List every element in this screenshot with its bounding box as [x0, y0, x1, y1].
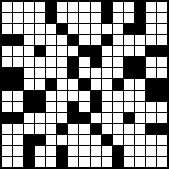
white-cell-r10c8[interactable] — [91, 113, 101, 123]
white-cell-r14c7[interactable] — [79, 157, 89, 167]
white-cell-r8c0[interactable] — [2, 91, 12, 101]
black-cell-r5c6 — [68, 57, 78, 67]
white-cell-r10c10[interactable] — [113, 113, 123, 123]
white-cell-r0c8[interactable] — [91, 2, 101, 12]
black-cell-r8c13 — [146, 91, 156, 101]
black-cell-r12c3 — [35, 135, 45, 145]
black-cell-r4c13 — [146, 46, 156, 56]
white-cell-r1c14[interactable] — [157, 13, 167, 23]
black-cell-r5c11 — [124, 57, 134, 67]
black-cell-r11c5 — [57, 124, 67, 134]
black-cell-r5c12 — [135, 57, 145, 67]
white-cell-r9c13[interactable] — [146, 102, 156, 112]
white-cell-r10c2[interactable] — [24, 113, 34, 123]
black-cell-r7c13 — [146, 79, 156, 89]
white-cell-r10c9[interactable] — [102, 113, 112, 123]
white-cell-r6c3[interactable] — [35, 68, 45, 78]
white-cell-r9c10[interactable] — [113, 102, 123, 112]
white-cell-r8c5[interactable] — [57, 91, 67, 101]
black-cell-r2c5 — [57, 24, 67, 34]
white-cell-r4c1[interactable] — [13, 46, 23, 56]
white-cell-r4c6[interactable] — [68, 46, 78, 56]
white-cell-r0c10[interactable] — [113, 2, 123, 12]
white-cell-r9c4[interactable] — [46, 102, 56, 112]
black-cell-r7c4 — [46, 79, 56, 89]
white-cell-r9c11[interactable] — [124, 102, 134, 112]
white-cell-r1c10[interactable] — [113, 13, 123, 23]
white-cell-r10c3[interactable] — [35, 113, 45, 123]
black-cell-r12c9 — [102, 135, 112, 145]
black-cell-r13c5 — [57, 146, 67, 156]
white-cell-r12c4[interactable] — [46, 135, 56, 145]
white-cell-r11c0[interactable] — [2, 124, 12, 134]
white-cell-r2c8[interactable] — [91, 24, 101, 34]
black-cell-r8c3 — [35, 91, 45, 101]
white-cell-r3c2[interactable] — [24, 35, 34, 45]
white-cell-r13c4[interactable] — [46, 146, 56, 156]
white-cell-r2c14[interactable] — [157, 24, 167, 34]
white-cell-r14c0[interactable] — [2, 157, 12, 167]
white-cell-r13c3[interactable] — [35, 146, 45, 156]
white-cell-r9c1[interactable] — [13, 102, 23, 112]
white-cell-r13c7[interactable] — [79, 146, 89, 156]
white-cell-r0c11[interactable] — [124, 2, 134, 12]
black-cell-r8c2 — [24, 91, 34, 101]
white-cell-r10c12[interactable] — [135, 113, 145, 123]
black-cell-r8c8 — [91, 91, 101, 101]
white-cell-r9c0[interactable] — [2, 102, 12, 112]
white-cell-r11c9[interactable] — [102, 124, 112, 134]
black-cell-r1c12 — [135, 13, 145, 23]
white-cell-r1c8[interactable] — [91, 13, 101, 23]
white-cell-r1c6[interactable] — [68, 13, 78, 23]
black-cell-r0c12 — [135, 2, 145, 12]
white-cell-r8c7[interactable] — [79, 91, 89, 101]
white-cell-r6c13[interactable] — [146, 68, 156, 78]
white-cell-r12c14[interactable] — [157, 135, 167, 145]
white-cell-r1c11[interactable] — [124, 13, 134, 23]
white-cell-r6c5[interactable] — [57, 68, 67, 78]
white-cell-r14c13[interactable] — [146, 157, 156, 167]
black-cell-r7c1 — [13, 79, 23, 89]
white-cell-r12c8[interactable] — [91, 135, 101, 145]
white-cell-r7c12[interactable] — [135, 79, 145, 89]
white-cell-r11c2[interactable] — [24, 124, 34, 134]
black-cell-r14c2 — [24, 157, 34, 167]
white-cell-r12c7[interactable] — [79, 135, 89, 145]
black-cell-r4c3 — [35, 46, 45, 56]
white-cell-r2c3[interactable] — [35, 24, 45, 34]
white-cell-r6c8[interactable] — [91, 68, 101, 78]
black-cell-r14c5 — [57, 157, 67, 167]
black-cell-r3c0 — [2, 35, 12, 45]
white-cell-r7c3[interactable] — [35, 79, 45, 89]
white-cell-r0c3[interactable] — [35, 2, 45, 12]
white-cell-r11c11[interactable] — [124, 124, 134, 134]
white-cell-r4c4[interactable] — [46, 46, 56, 56]
white-cell-r5c7[interactable] — [79, 57, 89, 67]
white-cell-r13c11[interactable] — [124, 146, 134, 156]
white-cell-r5c1[interactable] — [13, 57, 23, 67]
black-cell-r6c6 — [68, 68, 78, 78]
white-cell-r5c14[interactable] — [157, 57, 167, 67]
white-cell-r5c0[interactable] — [2, 57, 12, 67]
white-cell-r4c5[interactable] — [57, 46, 67, 56]
white-cell-r9c14[interactable] — [157, 102, 167, 112]
white-cell-r3c3[interactable] — [35, 35, 45, 45]
black-cell-r1c4 — [46, 13, 56, 23]
white-cell-r2c10[interactable] — [113, 24, 123, 34]
white-cell-r6c10[interactable] — [113, 68, 123, 78]
white-cell-r2c7[interactable] — [79, 24, 89, 34]
black-cell-r6c11 — [124, 68, 134, 78]
white-cell-r2c0[interactable] — [2, 24, 12, 34]
white-cell-r1c2[interactable] — [24, 13, 34, 23]
white-cell-r4c0[interactable] — [2, 46, 12, 56]
white-cell-r7c2[interactable] — [24, 79, 34, 89]
white-cell-r0c14[interactable] — [157, 2, 167, 12]
white-cell-r2c1[interactable] — [13, 24, 23, 34]
white-cell-r14c8[interactable] — [91, 157, 101, 167]
crossword-grid — [0, 0, 169, 169]
white-cell-r4c10[interactable] — [113, 46, 123, 56]
white-cell-r7c11[interactable] — [124, 79, 134, 89]
white-cell-r12c12[interactable] — [135, 135, 145, 145]
black-cell-r5c8 — [91, 57, 101, 67]
white-cell-r8c10[interactable] — [113, 91, 123, 101]
white-cell-r14c9[interactable] — [102, 157, 112, 167]
white-cell-r10c4[interactable] — [46, 113, 56, 123]
black-cell-r9c6 — [68, 102, 78, 112]
white-cell-r1c3[interactable] — [35, 13, 45, 23]
black-cell-r12c2 — [24, 135, 34, 145]
white-cell-r9c5[interactable] — [57, 102, 67, 112]
black-cell-r4c14 — [157, 46, 167, 56]
black-cell-r10c6 — [68, 113, 78, 123]
white-cell-r5c13[interactable] — [146, 57, 156, 67]
white-cell-r0c7[interactable] — [79, 2, 89, 12]
black-cell-r7c10 — [113, 79, 123, 89]
white-cell-r13c12[interactable] — [135, 146, 145, 156]
black-cell-r11c14 — [157, 124, 167, 134]
white-cell-r13c8[interactable] — [91, 146, 101, 156]
white-cell-r8c9[interactable] — [102, 91, 112, 101]
black-cell-r8c14 — [157, 91, 167, 101]
white-cell-r3c13[interactable] — [146, 35, 156, 45]
white-cell-r5c3[interactable] — [35, 57, 45, 67]
white-cell-r3c8[interactable] — [91, 35, 101, 45]
black-cell-r10c0 — [2, 113, 12, 123]
white-cell-r7c8[interactable] — [91, 79, 101, 89]
white-cell-r8c4[interactable] — [46, 91, 56, 101]
white-cell-r8c1[interactable] — [13, 91, 23, 101]
white-cell-r0c0[interactable] — [2, 2, 12, 12]
white-cell-r13c14[interactable] — [157, 146, 167, 156]
white-cell-r5c5[interactable] — [57, 57, 67, 67]
white-cell-r6c9[interactable] — [102, 68, 112, 78]
white-cell-r1c13[interactable] — [146, 13, 156, 23]
white-cell-r5c9[interactable] — [102, 57, 112, 67]
black-cell-r6c0 — [2, 68, 12, 78]
white-cell-r14c3[interactable] — [35, 157, 45, 167]
white-cell-r11c7[interactable] — [79, 124, 89, 134]
white-cell-r2c13[interactable] — [146, 24, 156, 34]
black-cell-r7c7 — [79, 79, 89, 89]
black-cell-r1c9 — [102, 13, 112, 23]
black-cell-r11c13 — [146, 124, 156, 134]
white-cell-r1c7[interactable] — [79, 13, 89, 23]
white-cell-r10c5[interactable] — [57, 113, 67, 123]
black-cell-r4c7 — [79, 46, 89, 56]
black-cell-r7c0 — [2, 79, 12, 89]
white-cell-r0c5[interactable] — [57, 2, 67, 12]
white-cell-r12c1[interactable] — [13, 135, 23, 145]
white-cell-r3c4[interactable] — [46, 35, 56, 45]
white-cell-r13c6[interactable] — [68, 146, 78, 156]
white-cell-r14c1[interactable] — [13, 157, 23, 167]
black-cell-r0c9 — [102, 2, 112, 12]
white-cell-r3c11[interactable] — [124, 35, 134, 45]
black-cell-r6c12 — [135, 68, 145, 78]
white-cell-r3c7[interactable] — [79, 35, 89, 45]
white-cell-r14c11[interactable] — [124, 157, 134, 167]
black-cell-r3c6 — [68, 35, 78, 45]
black-cell-r9c2 — [24, 102, 34, 112]
white-cell-r0c13[interactable] — [146, 2, 156, 12]
white-cell-r6c4[interactable] — [46, 68, 56, 78]
white-cell-r2c6[interactable] — [68, 24, 78, 34]
white-cell-r11c6[interactable] — [68, 124, 78, 134]
white-cell-r12c13[interactable] — [146, 135, 156, 145]
white-cell-r7c9[interactable] — [102, 79, 112, 89]
white-cell-r9c12[interactable] — [135, 102, 145, 112]
white-cell-r2c4[interactable] — [46, 24, 56, 34]
white-cell-r11c4[interactable] — [46, 124, 56, 134]
white-cell-r12c6[interactable] — [68, 135, 78, 145]
white-cell-r5c2[interactable] — [24, 57, 34, 67]
white-cell-r11c1[interactable] — [13, 124, 23, 134]
white-cell-r7c5[interactable] — [57, 79, 67, 89]
black-cell-r0c4 — [46, 2, 56, 12]
white-cell-r2c9[interactable] — [102, 24, 112, 34]
white-cell-r3c10[interactable] — [113, 35, 123, 45]
white-cell-r9c7[interactable] — [79, 102, 89, 112]
white-cell-r6c2[interactable] — [24, 68, 34, 78]
white-cell-r12c5[interactable] — [57, 135, 67, 145]
white-cell-r13c1[interactable] — [13, 146, 23, 156]
white-cell-r8c12[interactable] — [135, 91, 145, 101]
white-cell-r4c12[interactable] — [135, 46, 145, 56]
white-cell-r0c1[interactable] — [13, 2, 23, 12]
white-cell-r11c3[interactable] — [35, 124, 45, 134]
white-cell-r6c14[interactable] — [157, 68, 167, 78]
white-cell-r1c0[interactable] — [2, 13, 12, 23]
white-cell-r12c11[interactable] — [124, 135, 134, 145]
white-cell-r14c14[interactable] — [157, 157, 167, 167]
black-cell-r9c8 — [91, 102, 101, 112]
white-cell-r10c13[interactable] — [146, 113, 156, 123]
white-cell-r0c6[interactable] — [68, 2, 78, 12]
white-cell-r10c14[interactable] — [157, 113, 167, 123]
black-cell-r13c2 — [24, 146, 34, 156]
white-cell-r0c2[interactable] — [24, 2, 34, 12]
black-cell-r3c9 — [102, 35, 112, 45]
black-cell-r10c7 — [79, 113, 89, 123]
black-cell-r7c14 — [157, 79, 167, 89]
white-cell-r14c6[interactable] — [68, 157, 78, 167]
white-cell-r8c6[interactable] — [68, 91, 78, 101]
white-cell-r13c9[interactable] — [102, 146, 112, 156]
white-cell-r1c5[interactable] — [57, 13, 67, 23]
white-cell-r5c4[interactable] — [46, 57, 56, 67]
black-cell-r2c12 — [135, 24, 145, 34]
white-cell-r14c4[interactable] — [46, 157, 56, 167]
black-cell-r13c10 — [113, 146, 123, 156]
black-cell-r3c1 — [13, 35, 23, 45]
white-cell-r4c11[interactable] — [124, 46, 134, 56]
white-cell-r1c1[interactable] — [13, 13, 23, 23]
white-cell-r5c10[interactable] — [113, 57, 123, 67]
white-cell-r13c0[interactable] — [2, 146, 12, 156]
black-cell-r10c1 — [13, 113, 23, 123]
white-cell-r6c7[interactable] — [79, 68, 89, 78]
black-cell-r9c3 — [35, 102, 45, 112]
white-cell-r4c9[interactable] — [102, 46, 112, 56]
black-cell-r2c11 — [124, 24, 134, 34]
white-cell-r9c9[interactable] — [102, 102, 112, 112]
white-cell-r4c2[interactable] — [24, 46, 34, 56]
white-cell-r12c0[interactable] — [2, 135, 12, 145]
white-cell-r3c14[interactable] — [157, 35, 167, 45]
black-cell-r6c1 — [13, 68, 23, 78]
black-cell-r11c8 — [91, 124, 101, 134]
white-cell-r3c12[interactable] — [135, 35, 145, 45]
white-cell-r14c12[interactable] — [135, 157, 145, 167]
black-cell-r10c11 — [124, 113, 134, 123]
white-cell-r12c10[interactable] — [113, 135, 123, 145]
white-cell-r8c11[interactable] — [124, 91, 134, 101]
black-cell-r14c10 — [113, 157, 123, 167]
white-cell-r2c2[interactable] — [24, 24, 34, 34]
black-cell-r4c8 — [91, 46, 101, 56]
white-cell-r11c12[interactable] — [135, 124, 145, 134]
white-cell-r13c13[interactable] — [146, 146, 156, 156]
white-cell-r11c10[interactable] — [113, 124, 123, 134]
white-cell-r3c5[interactable] — [57, 35, 67, 45]
white-cell-r7c6[interactable] — [68, 79, 78, 89]
